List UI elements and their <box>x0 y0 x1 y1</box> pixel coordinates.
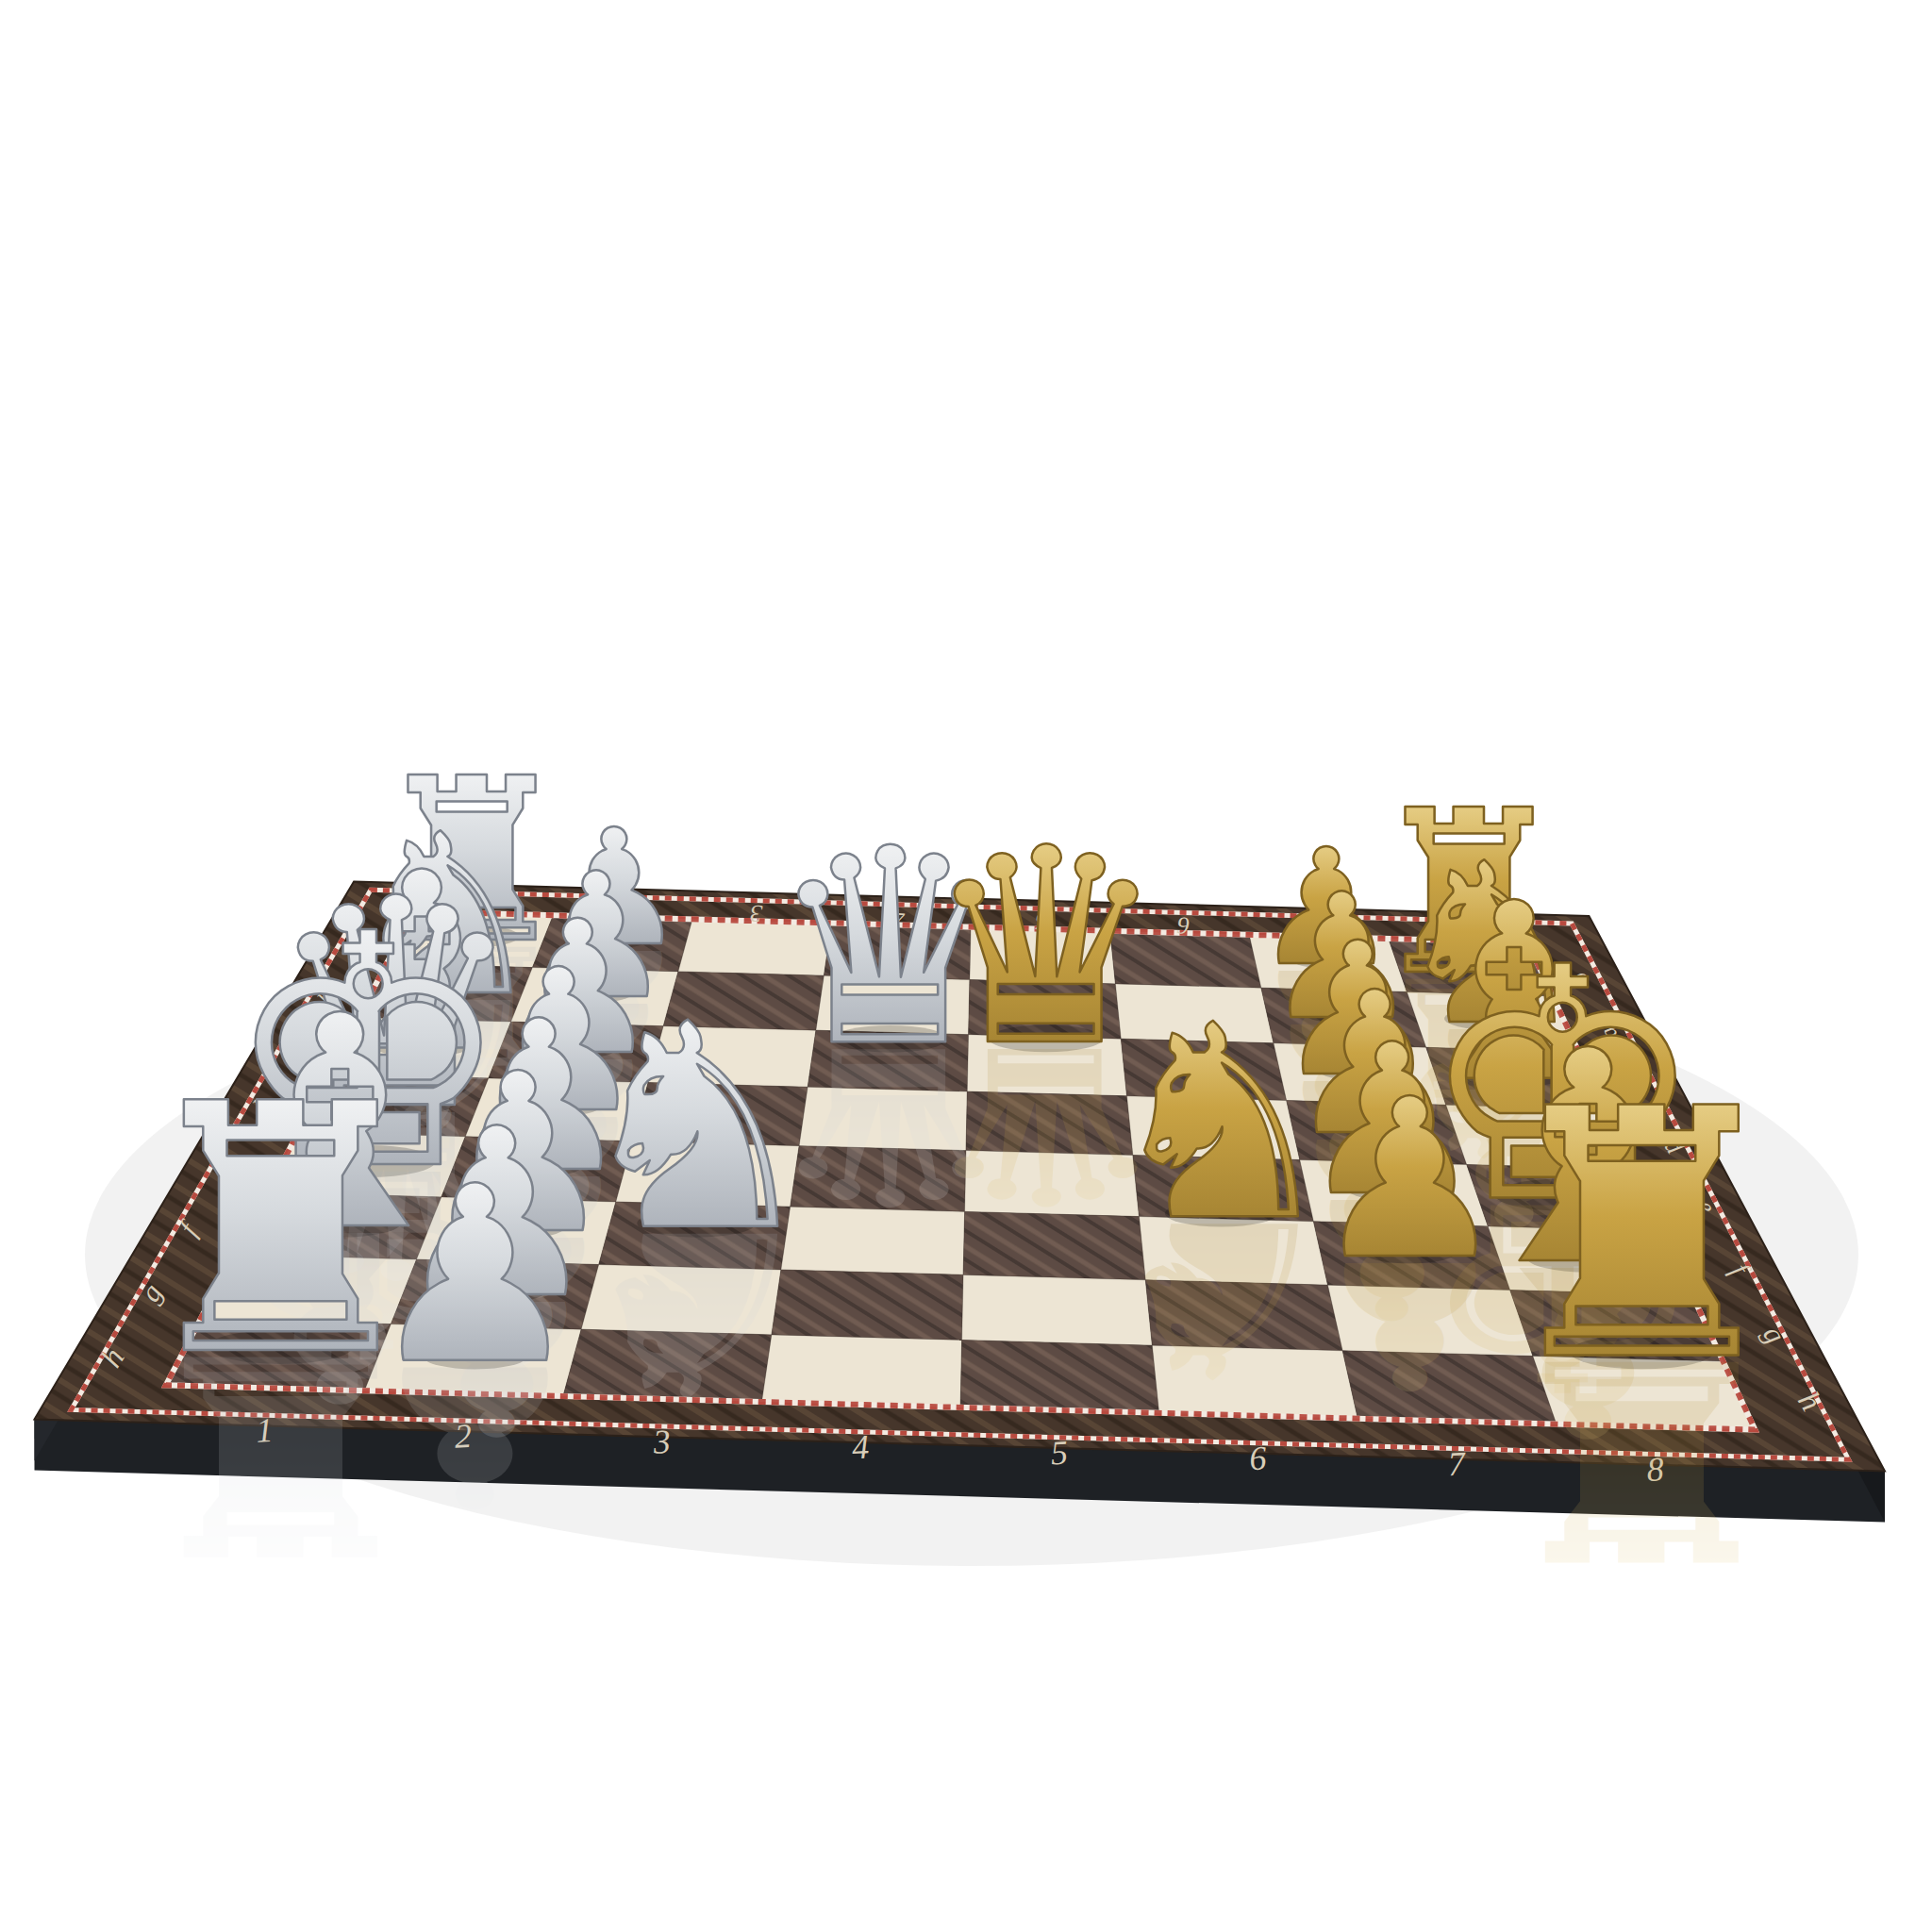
near-rank-label-6: 6 <box>1248 1439 1267 1477</box>
near-rank-label-5: 5 <box>1050 1434 1069 1473</box>
piece-glyph: ♞ <box>570 964 824 1293</box>
piece-silver-knight-f3[interactable]: ♞♞ <box>570 964 824 1444</box>
far-rank-label-6: 6 <box>1176 911 1190 940</box>
piece-silver-pawn-h2[interactable]: ♟♟ <box>366 1135 584 1549</box>
chess-board-photo: 1122334455667788aabbccddeeffgghh♜♜♟♟♟♟♜♜… <box>0 0 1932 1932</box>
near-rank-label-4: 4 <box>851 1428 870 1467</box>
photo-stage: 1122334455667788aabbccddeeffgghh♜♜♟♟♟♟♜♜… <box>0 0 1932 1932</box>
piece-glyph: ♟ <box>366 1135 584 1418</box>
far-rank-label-3: 3 <box>749 900 763 928</box>
piece-glyph: ♜ <box>1488 1036 1795 1436</box>
piece-gold-rook-h8[interactable]: ♜♜ <box>1488 1036 1795 1617</box>
